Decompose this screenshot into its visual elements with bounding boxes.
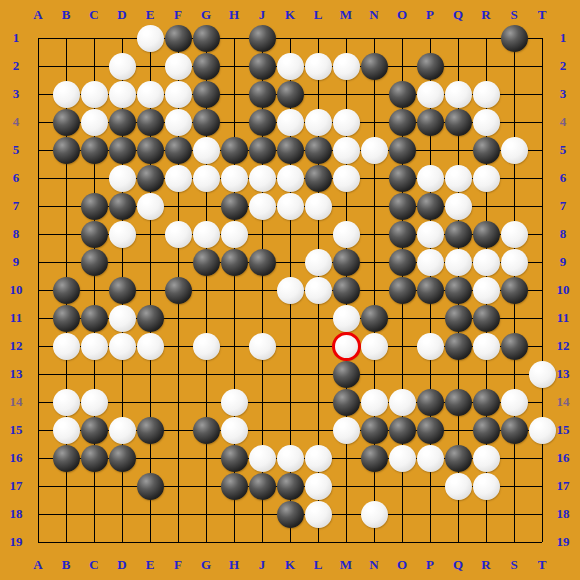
col-label-bottom-G: G <box>192 557 220 573</box>
white-stone-E3 <box>137 81 164 108</box>
white-stone-M2 <box>333 53 360 80</box>
white-stone-M8 <box>333 221 360 248</box>
col-label-bottom-K: K <box>276 557 304 573</box>
white-stone-M11 <box>333 305 360 332</box>
row-label-right-2: 2 <box>549 58 577 74</box>
white-stone-P12 <box>417 333 444 360</box>
white-stone-L9 <box>305 249 332 276</box>
white-stone-P6 <box>417 165 444 192</box>
row-label-left-4: 4 <box>2 114 30 130</box>
black-stone-C5 <box>81 137 108 164</box>
black-stone-O6 <box>389 165 416 192</box>
black-stone-J1 <box>249 25 276 52</box>
white-stone-D3 <box>109 81 136 108</box>
white-stone-D11 <box>109 305 136 332</box>
black-stone-H7 <box>221 193 248 220</box>
row-label-left-19: 19 <box>2 534 30 550</box>
black-stone-O8 <box>389 221 416 248</box>
row-label-left-5: 5 <box>2 142 30 158</box>
white-stone-N14 <box>361 389 388 416</box>
black-stone-B4 <box>53 109 80 136</box>
white-stone-G5 <box>193 137 220 164</box>
black-stone-S12 <box>501 333 528 360</box>
black-stone-H5 <box>221 137 248 164</box>
col-label-top-R: R <box>472 7 500 23</box>
row-label-right-9: 9 <box>549 254 577 270</box>
white-stone-L17 <box>305 473 332 500</box>
white-stone-M5 <box>333 137 360 164</box>
white-stone-Q6 <box>445 165 472 192</box>
col-label-top-D: D <box>108 7 136 23</box>
black-stone-O10 <box>389 277 416 304</box>
col-label-top-O: O <box>388 7 416 23</box>
black-stone-E6 <box>137 165 164 192</box>
black-stone-F10 <box>165 277 192 304</box>
row-label-right-5: 5 <box>549 142 577 158</box>
black-stone-B16 <box>53 445 80 472</box>
black-stone-R8 <box>473 221 500 248</box>
black-stone-C8 <box>81 221 108 248</box>
white-stone-F3 <box>165 81 192 108</box>
black-stone-G15 <box>193 417 220 444</box>
white-stone-F6 <box>165 165 192 192</box>
col-label-bottom-O: O <box>388 557 416 573</box>
black-stone-F5 <box>165 137 192 164</box>
white-stone-M6 <box>333 165 360 192</box>
row-label-left-6: 6 <box>2 170 30 186</box>
white-stone-S8 <box>501 221 528 248</box>
white-stone-S14 <box>501 389 528 416</box>
black-stone-O3 <box>389 81 416 108</box>
row-label-right-7: 7 <box>549 198 577 214</box>
white-stone-O16 <box>389 445 416 472</box>
black-stone-O15 <box>389 417 416 444</box>
white-stone-P16 <box>417 445 444 472</box>
black-stone-J9 <box>249 249 276 276</box>
white-stone-P8 <box>417 221 444 248</box>
black-stone-R15 <box>473 417 500 444</box>
white-stone-K6 <box>277 165 304 192</box>
black-stone-L5 <box>305 137 332 164</box>
white-stone-D2 <box>109 53 136 80</box>
col-label-bottom-L: L <box>304 557 332 573</box>
white-stone-M15 <box>333 417 360 444</box>
col-label-bottom-M: M <box>332 557 360 573</box>
white-stone-C12 <box>81 333 108 360</box>
white-stone-D15 <box>109 417 136 444</box>
black-stone-H17 <box>221 473 248 500</box>
black-stone-G4 <box>193 109 220 136</box>
white-stone-F8 <box>165 221 192 248</box>
col-label-top-C: C <box>80 7 108 23</box>
white-stone-K16 <box>277 445 304 472</box>
row-label-right-11: 11 <box>549 310 577 326</box>
col-label-top-Q: Q <box>444 7 472 23</box>
row-label-left-16: 16 <box>2 450 30 466</box>
col-label-bottom-N: N <box>360 557 388 573</box>
row-label-left-9: 9 <box>2 254 30 270</box>
black-stone-J5 <box>249 137 276 164</box>
black-stone-N16 <box>361 445 388 472</box>
white-stone-S9 <box>501 249 528 276</box>
black-stone-C11 <box>81 305 108 332</box>
black-stone-L6 <box>305 165 332 192</box>
white-stone-P9 <box>417 249 444 276</box>
row-label-right-16: 16 <box>549 450 577 466</box>
black-stone-R11 <box>473 305 500 332</box>
black-stone-N15 <box>361 417 388 444</box>
col-label-top-M: M <box>332 7 360 23</box>
black-stone-P10 <box>417 277 444 304</box>
black-stone-P15 <box>417 417 444 444</box>
row-label-left-2: 2 <box>2 58 30 74</box>
black-stone-K3 <box>277 81 304 108</box>
black-stone-M14 <box>333 389 360 416</box>
col-label-bottom-J: J <box>248 557 276 573</box>
black-stone-D5 <box>109 137 136 164</box>
white-stone-H8 <box>221 221 248 248</box>
white-stone-S5 <box>501 137 528 164</box>
white-stone-N18 <box>361 501 388 528</box>
black-stone-H9 <box>221 249 248 276</box>
row-label-left-7: 7 <box>2 198 30 214</box>
black-stone-E11 <box>137 305 164 332</box>
col-label-bottom-A: A <box>24 557 52 573</box>
white-stone-D8 <box>109 221 136 248</box>
black-stone-Q16 <box>445 445 472 472</box>
white-stone-L7 <box>305 193 332 220</box>
row-label-right-1: 1 <box>549 30 577 46</box>
row-label-right-19: 19 <box>549 534 577 550</box>
black-stone-K17 <box>277 473 304 500</box>
col-label-top-E: E <box>136 7 164 23</box>
white-stone-F2 <box>165 53 192 80</box>
col-label-bottom-S: S <box>500 557 528 573</box>
white-stone-T15 <box>529 417 556 444</box>
white-stone-E7 <box>137 193 164 220</box>
white-stone-K4 <box>277 109 304 136</box>
row-label-left-10: 10 <box>2 282 30 298</box>
black-stone-P4 <box>417 109 444 136</box>
white-stone-R10 <box>473 277 500 304</box>
col-label-top-G: G <box>192 7 220 23</box>
row-label-right-12: 12 <box>549 338 577 354</box>
black-stone-B10 <box>53 277 80 304</box>
white-stone-L2 <box>305 53 332 80</box>
black-stone-E15 <box>137 417 164 444</box>
black-stone-P2 <box>417 53 444 80</box>
black-stone-G2 <box>193 53 220 80</box>
row-label-right-6: 6 <box>549 170 577 186</box>
black-stone-N11 <box>361 305 388 332</box>
row-label-left-18: 18 <box>2 506 30 522</box>
white-stone-J16 <box>249 445 276 472</box>
black-stone-C9 <box>81 249 108 276</box>
black-stone-R5 <box>473 137 500 164</box>
white-stone-R16 <box>473 445 500 472</box>
black-stone-C16 <box>81 445 108 472</box>
col-label-bottom-B: B <box>52 557 80 573</box>
black-stone-R14 <box>473 389 500 416</box>
black-stone-O9 <box>389 249 416 276</box>
black-stone-Q12 <box>445 333 472 360</box>
white-stone-G8 <box>193 221 220 248</box>
white-stone-J12 <box>249 333 276 360</box>
col-label-top-N: N <box>360 7 388 23</box>
black-stone-H16 <box>221 445 248 472</box>
black-stone-O4 <box>389 109 416 136</box>
white-stone-E12 <box>137 333 164 360</box>
black-stone-E5 <box>137 137 164 164</box>
white-stone-J7 <box>249 193 276 220</box>
black-stone-K5 <box>277 137 304 164</box>
black-stone-P14 <box>417 389 444 416</box>
white-stone-C4 <box>81 109 108 136</box>
white-stone-Q17 <box>445 473 472 500</box>
col-label-top-K: K <box>276 7 304 23</box>
col-label-bottom-C: C <box>80 557 108 573</box>
black-stone-N2 <box>361 53 388 80</box>
row-label-left-8: 8 <box>2 226 30 242</box>
white-stone-L16 <box>305 445 332 472</box>
white-stone-D12 <box>109 333 136 360</box>
row-label-left-3: 3 <box>2 86 30 102</box>
white-stone-F4 <box>165 109 192 136</box>
black-stone-D4 <box>109 109 136 136</box>
black-stone-G1 <box>193 25 220 52</box>
white-stone-L4 <box>305 109 332 136</box>
black-stone-B5 <box>53 137 80 164</box>
go-board-screenshot: AABBCCDDEEFFGGHHJJKKLLMMNNOOPPQQRRSSTT11… <box>0 0 580 580</box>
go-board[interactable]: AABBCCDDEEFFGGHHJJKKLLMMNNOOPPQQRRSSTT11… <box>0 0 580 580</box>
white-stone-C3 <box>81 81 108 108</box>
black-stone-Q10 <box>445 277 472 304</box>
row-label-left-17: 17 <box>2 478 30 494</box>
black-stone-D10 <box>109 277 136 304</box>
black-stone-F1 <box>165 25 192 52</box>
black-stone-M10 <box>333 277 360 304</box>
row-label-right-8: 8 <box>549 226 577 242</box>
white-stone-O14 <box>389 389 416 416</box>
black-stone-K18 <box>277 501 304 528</box>
white-stone-B14 <box>53 389 80 416</box>
black-stone-P7 <box>417 193 444 220</box>
black-stone-C7 <box>81 193 108 220</box>
white-stone-R6 <box>473 165 500 192</box>
white-stone-R4 <box>473 109 500 136</box>
black-stone-E4 <box>137 109 164 136</box>
col-label-top-A: A <box>24 7 52 23</box>
white-stone-R12 <box>473 333 500 360</box>
black-stone-J2 <box>249 53 276 80</box>
col-label-top-H: H <box>220 7 248 23</box>
col-label-bottom-H: H <box>220 557 248 573</box>
col-label-bottom-R: R <box>472 557 500 573</box>
white-stone-M12 <box>333 333 360 360</box>
row-label-left-13: 13 <box>2 366 30 382</box>
white-stone-D6 <box>109 165 136 192</box>
white-stone-P3 <box>417 81 444 108</box>
black-stone-M13 <box>333 361 360 388</box>
white-stone-N5 <box>361 137 388 164</box>
row-label-left-14: 14 <box>2 394 30 410</box>
black-stone-E17 <box>137 473 164 500</box>
col-label-top-P: P <box>416 7 444 23</box>
white-stone-Q3 <box>445 81 472 108</box>
black-stone-O7 <box>389 193 416 220</box>
row-label-left-15: 15 <box>2 422 30 438</box>
black-stone-Q14 <box>445 389 472 416</box>
black-stone-G9 <box>193 249 220 276</box>
col-label-top-J: J <box>248 7 276 23</box>
col-label-bottom-T: T <box>528 557 556 573</box>
white-stone-H6 <box>221 165 248 192</box>
black-stone-S15 <box>501 417 528 444</box>
black-stone-C15 <box>81 417 108 444</box>
row-label-right-18: 18 <box>549 506 577 522</box>
white-stone-H14 <box>221 389 248 416</box>
col-label-bottom-D: D <box>108 557 136 573</box>
col-label-top-F: F <box>164 7 192 23</box>
row-label-left-12: 12 <box>2 338 30 354</box>
black-stone-Q11 <box>445 305 472 332</box>
black-stone-M9 <box>333 249 360 276</box>
white-stone-Q9 <box>445 249 472 276</box>
black-stone-J3 <box>249 81 276 108</box>
white-stone-N12 <box>361 333 388 360</box>
white-stone-R9 <box>473 249 500 276</box>
black-stone-B11 <box>53 305 80 332</box>
row-label-right-14: 14 <box>549 394 577 410</box>
white-stone-Q7 <box>445 193 472 220</box>
black-stone-S1 <box>501 25 528 52</box>
white-stone-H15 <box>221 417 248 444</box>
white-stone-B12 <box>53 333 80 360</box>
col-label-top-S: S <box>500 7 528 23</box>
row-label-right-10: 10 <box>549 282 577 298</box>
white-stone-B3 <box>53 81 80 108</box>
row-label-right-17: 17 <box>549 478 577 494</box>
black-stone-D7 <box>109 193 136 220</box>
black-stone-J17 <box>249 473 276 500</box>
white-stone-G12 <box>193 333 220 360</box>
col-label-bottom-Q: Q <box>444 557 472 573</box>
black-stone-Q4 <box>445 109 472 136</box>
white-stone-L10 <box>305 277 332 304</box>
black-stone-Q8 <box>445 221 472 248</box>
row-label-left-11: 11 <box>2 310 30 326</box>
row-label-right-4: 4 <box>549 114 577 130</box>
row-label-right-3: 3 <box>549 86 577 102</box>
white-stone-J6 <box>249 165 276 192</box>
black-stone-O5 <box>389 137 416 164</box>
white-stone-C14 <box>81 389 108 416</box>
white-stone-K2 <box>277 53 304 80</box>
black-stone-J4 <box>249 109 276 136</box>
black-stone-D16 <box>109 445 136 472</box>
col-label-bottom-E: E <box>136 557 164 573</box>
white-stone-R3 <box>473 81 500 108</box>
white-stone-B15 <box>53 417 80 444</box>
col-label-top-L: L <box>304 7 332 23</box>
white-stone-L18 <box>305 501 332 528</box>
white-stone-R17 <box>473 473 500 500</box>
col-label-bottom-F: F <box>164 557 192 573</box>
black-stone-S10 <box>501 277 528 304</box>
white-stone-G6 <box>193 165 220 192</box>
row-label-left-1: 1 <box>2 30 30 46</box>
white-stone-K7 <box>277 193 304 220</box>
col-label-bottom-P: P <box>416 557 444 573</box>
white-stone-K10 <box>277 277 304 304</box>
col-label-top-T: T <box>528 7 556 23</box>
black-stone-G3 <box>193 81 220 108</box>
white-stone-T13 <box>529 361 556 388</box>
white-stone-E1 <box>137 25 164 52</box>
col-label-top-B: B <box>52 7 80 23</box>
white-stone-M4 <box>333 109 360 136</box>
